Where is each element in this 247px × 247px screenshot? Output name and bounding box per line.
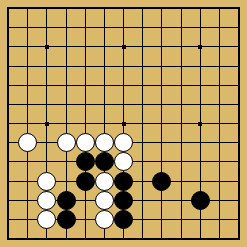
white-stone[interactable] (37, 172, 56, 191)
star-point (198, 45, 202, 49)
grid-line-horizontal (9, 27, 239, 28)
grid-line-horizontal (9, 85, 239, 86)
white-stone[interactable] (95, 210, 114, 229)
black-stone[interactable] (76, 172, 95, 191)
black-stone[interactable] (114, 172, 133, 191)
grid-line-vertical (181, 9, 182, 239)
black-stone[interactable] (191, 191, 210, 210)
black-stone[interactable] (152, 172, 171, 191)
star-point (198, 122, 202, 126)
star-point (45, 122, 49, 126)
white-stone[interactable] (76, 133, 95, 152)
grid-line-vertical (142, 9, 143, 239)
black-stone[interactable] (114, 210, 133, 229)
star-point (45, 45, 49, 49)
star-point (122, 122, 126, 126)
black-stone[interactable] (76, 152, 95, 171)
grid-line-horizontal (9, 104, 239, 105)
black-stone[interactable] (57, 210, 76, 229)
white-stone[interactable] (57, 133, 76, 152)
grid-line-vertical (219, 9, 220, 239)
black-stone[interactable] (114, 191, 133, 210)
white-stone[interactable] (37, 191, 56, 210)
grid-line-vertical (85, 9, 86, 239)
white-stone[interactable] (95, 172, 114, 191)
grid-line-vertical (27, 9, 28, 239)
grid-line-vertical (161, 9, 162, 239)
go-diagram (0, 0, 247, 247)
white-stone[interactable] (95, 133, 114, 152)
star-point (122, 45, 126, 49)
grid-line-horizontal (9, 66, 239, 67)
white-stone[interactable] (95, 191, 114, 210)
black-stone[interactable] (57, 191, 76, 210)
